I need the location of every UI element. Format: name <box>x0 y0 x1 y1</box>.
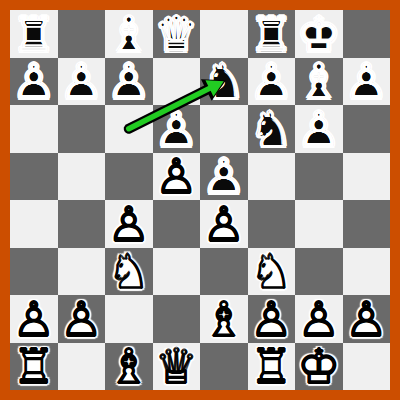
square-a2[interactable]: ♟♙ <box>10 295 58 343</box>
square-g7[interactable]: ♝♗ <box>295 58 343 106</box>
square-d7[interactable] <box>153 58 201 106</box>
piece-detail-outline: ♙ <box>343 58 391 106</box>
square-e3[interactable] <box>200 248 248 296</box>
square-a3[interactable] <box>10 248 58 296</box>
square-h3[interactable] <box>343 248 391 296</box>
piece-detail-outline: ♕ <box>153 343 201 391</box>
white-knight[interactable]: ♞♘ <box>105 248 153 296</box>
white-pawn[interactable]: ♟♙ <box>200 200 248 248</box>
piece-detail-outline: ♘ <box>200 58 248 106</box>
square-f3[interactable]: ♞♘ <box>248 248 296 296</box>
white-pawn[interactable]: ♟♙ <box>58 295 106 343</box>
square-c8[interactable]: ♝♗ <box>105 10 153 58</box>
black-pawn[interactable]: ♟♙ <box>153 105 201 153</box>
white-pawn[interactable]: ♟♙ <box>105 200 153 248</box>
piece-detail-outline: ♗ <box>295 58 343 106</box>
square-g8[interactable]: ♚♔ <box>295 10 343 58</box>
square-h6[interactable] <box>343 105 391 153</box>
square-b8[interactable] <box>58 10 106 58</box>
piece-detail-outline: ♘ <box>248 248 296 296</box>
square-b2[interactable]: ♟♙ <box>58 295 106 343</box>
piece-detail-outline: ♔ <box>295 343 343 391</box>
white-pawn[interactable]: ♟♙ <box>295 295 343 343</box>
white-bishop[interactable]: ♝♗ <box>105 343 153 391</box>
black-knight[interactable]: ♞♘ <box>248 105 296 153</box>
piece-detail-outline: ♙ <box>58 58 106 106</box>
piece-detail-outline: ♙ <box>105 58 153 106</box>
piece-detail-outline: ♙ <box>248 58 296 106</box>
piece-detail-outline: ♗ <box>105 10 153 58</box>
white-pawn[interactable]: ♟♙ <box>343 295 391 343</box>
square-c3[interactable]: ♞♘ <box>105 248 153 296</box>
square-a4[interactable] <box>10 200 58 248</box>
black-pawn[interactable]: ♟♙ <box>10 58 58 106</box>
square-a6[interactable] <box>10 105 58 153</box>
black-queen[interactable]: ♛♕ <box>153 10 201 58</box>
black-bishop[interactable]: ♝♗ <box>105 10 153 58</box>
piece-detail-outline: ♖ <box>248 10 296 58</box>
square-b3[interactable] <box>58 248 106 296</box>
black-king[interactable]: ♚♔ <box>295 10 343 58</box>
square-g3[interactable] <box>295 248 343 296</box>
square-g6[interactable]: ♟♙ <box>295 105 343 153</box>
black-pawn[interactable]: ♟♙ <box>58 58 106 106</box>
piece-detail-outline: ♙ <box>200 153 248 201</box>
piece-detail-outline: ♗ <box>200 295 248 343</box>
square-g1[interactable]: ♚♔ <box>295 343 343 391</box>
square-c5[interactable] <box>105 153 153 201</box>
square-h2[interactable]: ♟♙ <box>343 295 391 343</box>
square-g4[interactable] <box>295 200 343 248</box>
black-knight[interactable]: ♞♘ <box>200 58 248 106</box>
square-d4[interactable] <box>153 200 201 248</box>
square-h4[interactable] <box>343 200 391 248</box>
piece-detail-outline: ♕ <box>153 10 201 58</box>
black-pawn[interactable]: ♟♙ <box>248 58 296 106</box>
square-e1[interactable] <box>200 343 248 391</box>
square-h5[interactable] <box>343 153 391 201</box>
white-rook[interactable]: ♜♖ <box>248 343 296 391</box>
piece-detail-outline: ♙ <box>153 105 201 153</box>
piece-detail-outline: ♔ <box>295 10 343 58</box>
square-f4[interactable] <box>248 200 296 248</box>
black-pawn[interactable]: ♟♙ <box>295 105 343 153</box>
piece-detail-outline: ♘ <box>248 105 296 153</box>
square-f1[interactable]: ♜♖ <box>248 343 296 391</box>
black-rook[interactable]: ♜♖ <box>248 10 296 58</box>
chess-board: ♜♖♝♗♛♕♜♖♚♔♟♙♟♙♟♙♞♘♟♙♝♗♟♙♟♙♞♘♟♙♟♙♟♙♟♙♟♙♞♘… <box>10 10 390 390</box>
white-pawn[interactable]: ♟♙ <box>248 295 296 343</box>
white-pawn[interactable]: ♟♙ <box>10 295 58 343</box>
piece-detail-outline: ♙ <box>295 295 343 343</box>
white-king[interactable]: ♚♔ <box>295 343 343 391</box>
piece-detail-outline: ♗ <box>105 343 153 391</box>
piece-detail-outline: ♙ <box>153 153 201 201</box>
board-frame: ♜♖♝♗♛♕♜♖♚♔♟♙♟♙♟♙♞♘♟♙♝♗♟♙♟♙♞♘♟♙♟♙♟♙♟♙♟♙♞♘… <box>0 0 400 400</box>
piece-detail-outline: ♙ <box>200 200 248 248</box>
square-c2[interactable] <box>105 295 153 343</box>
square-e2[interactable]: ♝♗ <box>200 295 248 343</box>
square-e8[interactable] <box>200 10 248 58</box>
piece-detail-outline: ♙ <box>295 105 343 153</box>
square-a1[interactable]: ♜♖ <box>10 343 58 391</box>
square-g2[interactable]: ♟♙ <box>295 295 343 343</box>
black-pawn[interactable]: ♟♙ <box>105 58 153 106</box>
square-b6[interactable] <box>58 105 106 153</box>
square-d3[interactable] <box>153 248 201 296</box>
square-f6[interactable]: ♞♘ <box>248 105 296 153</box>
square-c4[interactable]: ♟♙ <box>105 200 153 248</box>
square-f8[interactable]: ♜♖ <box>248 10 296 58</box>
piece-detail-outline: ♙ <box>105 200 153 248</box>
square-f5[interactable] <box>248 153 296 201</box>
piece-detail-outline: ♙ <box>343 295 391 343</box>
square-b5[interactable] <box>58 153 106 201</box>
square-e7[interactable]: ♞♘ <box>200 58 248 106</box>
square-d5[interactable]: ♟♙ <box>153 153 201 201</box>
black-bishop[interactable]: ♝♗ <box>295 58 343 106</box>
piece-detail-outline: ♙ <box>10 295 58 343</box>
piece-detail-outline: ♖ <box>248 343 296 391</box>
square-c1[interactable]: ♝♗ <box>105 343 153 391</box>
square-d1[interactable]: ♛♕ <box>153 343 201 391</box>
piece-detail-outline: ♖ <box>10 343 58 391</box>
white-bishop[interactable]: ♝♗ <box>200 295 248 343</box>
square-e6[interactable] <box>200 105 248 153</box>
square-a8[interactable]: ♜♖ <box>10 10 58 58</box>
square-h1[interactable] <box>343 343 391 391</box>
black-pawn[interactable]: ♟♙ <box>343 58 391 106</box>
black-rook[interactable]: ♜♖ <box>10 10 58 58</box>
square-e4[interactable]: ♟♙ <box>200 200 248 248</box>
piece-detail-outline: ♙ <box>248 295 296 343</box>
square-d6[interactable]: ♟♙ <box>153 105 201 153</box>
piece-detail-outline: ♖ <box>10 10 58 58</box>
white-rook[interactable]: ♜♖ <box>10 343 58 391</box>
square-h7[interactable]: ♟♙ <box>343 58 391 106</box>
square-e5[interactable]: ♟♙ <box>200 153 248 201</box>
white-knight[interactable]: ♞♘ <box>248 248 296 296</box>
piece-detail-outline: ♘ <box>105 248 153 296</box>
square-g5[interactable] <box>295 153 343 201</box>
square-f7[interactable]: ♟♙ <box>248 58 296 106</box>
square-a5[interactable] <box>10 153 58 201</box>
square-a7[interactable]: ♟♙ <box>10 58 58 106</box>
piece-detail-outline: ♙ <box>58 295 106 343</box>
square-c6[interactable] <box>105 105 153 153</box>
white-pawn[interactable]: ♟♙ <box>153 153 201 201</box>
square-h8[interactable] <box>343 10 391 58</box>
square-b7[interactable]: ♟♙ <box>58 58 106 106</box>
square-d8[interactable]: ♛♕ <box>153 10 201 58</box>
piece-detail-outline: ♙ <box>10 58 58 106</box>
square-b4[interactable] <box>58 200 106 248</box>
white-queen[interactable]: ♛♕ <box>153 343 201 391</box>
square-c7[interactable]: ♟♙ <box>105 58 153 106</box>
square-f2[interactable]: ♟♙ <box>248 295 296 343</box>
black-pawn[interactable]: ♟♙ <box>200 153 248 201</box>
square-d2[interactable] <box>153 295 201 343</box>
square-b1[interactable] <box>58 343 106 391</box>
